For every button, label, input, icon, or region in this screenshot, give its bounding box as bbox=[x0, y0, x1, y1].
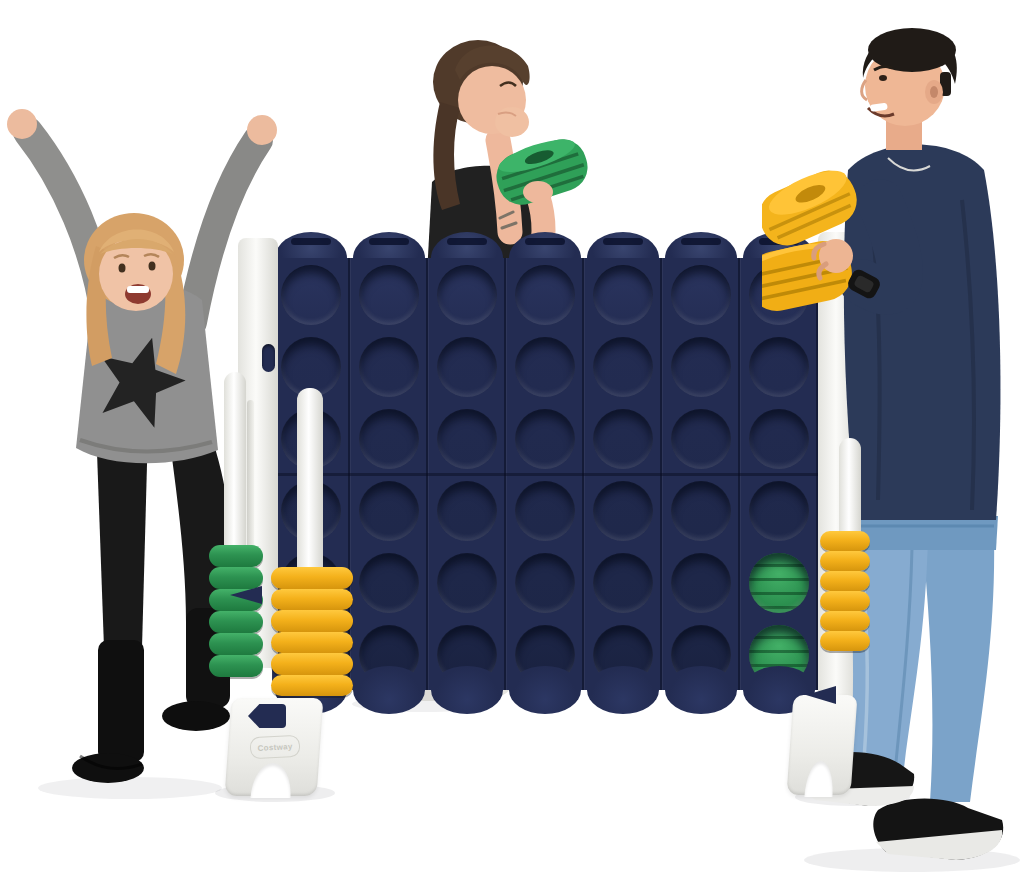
hole-rim bbox=[593, 553, 653, 613]
hole-rim bbox=[359, 481, 419, 541]
frame-right-foot bbox=[787, 695, 858, 795]
yellow-tray-disc[interactable] bbox=[820, 531, 870, 551]
board-bottom-bump bbox=[665, 666, 737, 714]
yellow-tray-disc[interactable] bbox=[271, 610, 353, 632]
hole-rim bbox=[437, 481, 497, 541]
tray-right-yellow[interactable] bbox=[820, 531, 870, 651]
hole-rim bbox=[515, 337, 575, 397]
hole-rim bbox=[437, 265, 497, 325]
hole-rim bbox=[437, 337, 497, 397]
hole-rim bbox=[671, 265, 731, 325]
hole-rim bbox=[515, 553, 575, 613]
cell-c5r2[interactable] bbox=[584, 330, 662, 402]
disc-post-left-yellow bbox=[297, 388, 323, 578]
cell-c3r4[interactable] bbox=[428, 474, 506, 546]
yellow-tray-disc[interactable] bbox=[271, 675, 353, 697]
logo-costway: Costway bbox=[249, 735, 300, 760]
cell-c5r4[interactable] bbox=[584, 474, 662, 546]
cell-c4r5[interactable] bbox=[506, 546, 584, 618]
hole-rim bbox=[671, 553, 731, 613]
tray-left-green[interactable] bbox=[209, 545, 263, 677]
disc-post-right-yellow bbox=[839, 438, 861, 538]
yellow-tray-disc[interactable] bbox=[820, 631, 870, 651]
cell-c6r5[interactable] bbox=[662, 546, 740, 618]
green-tray-disc[interactable] bbox=[209, 655, 263, 677]
drop-slot[interactable] bbox=[603, 238, 643, 245]
drop-slot[interactable] bbox=[369, 238, 409, 245]
cell-c2r5[interactable] bbox=[350, 546, 428, 618]
disc-post-left-green bbox=[224, 372, 246, 552]
hole-rim bbox=[515, 409, 575, 469]
hole-rim bbox=[437, 409, 497, 469]
board bbox=[272, 230, 818, 714]
yellow-tray-disc[interactable] bbox=[820, 591, 870, 611]
hole-rim bbox=[671, 409, 731, 469]
cell-c1r1[interactable] bbox=[272, 258, 350, 330]
green-tray-disc[interactable] bbox=[209, 567, 263, 589]
hole-rim bbox=[515, 265, 575, 325]
cell-c3r2[interactable] bbox=[428, 330, 506, 402]
hole-rim bbox=[671, 481, 731, 541]
board-seam bbox=[272, 473, 818, 476]
hole-rim bbox=[359, 265, 419, 325]
green-tray-disc[interactable] bbox=[209, 611, 263, 633]
drop-slot[interactable] bbox=[525, 238, 565, 245]
drop-slot[interactable] bbox=[447, 238, 487, 245]
hole-rim bbox=[437, 553, 497, 613]
yellow-tray-disc[interactable] bbox=[271, 632, 353, 654]
cell-c3r1[interactable] bbox=[428, 258, 506, 330]
cell-c5r5[interactable] bbox=[584, 546, 662, 618]
hole-rim bbox=[515, 481, 575, 541]
drop-slot[interactable] bbox=[291, 238, 331, 245]
cell-c2r3[interactable] bbox=[350, 402, 428, 474]
hole-rim bbox=[359, 409, 419, 469]
foot-arch bbox=[250, 763, 293, 798]
board-bottom-bump bbox=[431, 666, 503, 714]
hole-rim bbox=[593, 265, 653, 325]
hole-rim bbox=[671, 337, 731, 397]
yellow-tray-disc[interactable] bbox=[271, 653, 353, 675]
cell-c3r3[interactable] bbox=[428, 402, 506, 474]
cell-c6r1[interactable] bbox=[662, 258, 740, 330]
board-bottom-bump bbox=[353, 666, 425, 714]
cell-c4r4[interactable] bbox=[506, 474, 584, 546]
tray-left-yellow[interactable] bbox=[271, 567, 353, 696]
cell-c2r4[interactable] bbox=[350, 474, 428, 546]
cell-c6r2[interactable] bbox=[662, 330, 740, 402]
cell-c6r3[interactable] bbox=[662, 402, 740, 474]
yellow-tray-disc[interactable] bbox=[820, 551, 870, 571]
hole-rim bbox=[593, 409, 653, 469]
hole-rim bbox=[593, 481, 653, 541]
board-bottom-bump bbox=[509, 666, 581, 714]
green-tray-disc[interactable] bbox=[209, 545, 263, 567]
hole-rim bbox=[359, 337, 419, 397]
hole-rim bbox=[593, 337, 653, 397]
drop-slot[interactable] bbox=[681, 238, 721, 245]
cell-c4r3[interactable] bbox=[506, 402, 584, 474]
foot-arch bbox=[804, 761, 835, 797]
scene: Costway bbox=[0, 0, 1024, 896]
cell-c5r3[interactable] bbox=[584, 402, 662, 474]
yellow-tray-disc[interactable] bbox=[271, 567, 353, 589]
hole-rim bbox=[281, 265, 341, 325]
yellow-tray-disc[interactable] bbox=[820, 611, 870, 631]
cell-c2r2[interactable] bbox=[350, 330, 428, 402]
yellow-tray-disc[interactable] bbox=[271, 589, 353, 611]
hole-rim bbox=[359, 553, 419, 613]
cell-c2r1[interactable] bbox=[350, 258, 428, 330]
cell-c3r5[interactable] bbox=[428, 546, 506, 618]
frame-slot bbox=[262, 344, 275, 372]
cell-c4r2[interactable] bbox=[506, 330, 584, 402]
cell-c4r1[interactable] bbox=[506, 258, 584, 330]
cell-c5r1[interactable] bbox=[584, 258, 662, 330]
cell-c6r4[interactable] bbox=[662, 474, 740, 546]
green-tray-disc[interactable] bbox=[209, 633, 263, 655]
board-bottom-bump bbox=[587, 666, 659, 714]
yellow-tray-disc[interactable] bbox=[820, 571, 870, 591]
